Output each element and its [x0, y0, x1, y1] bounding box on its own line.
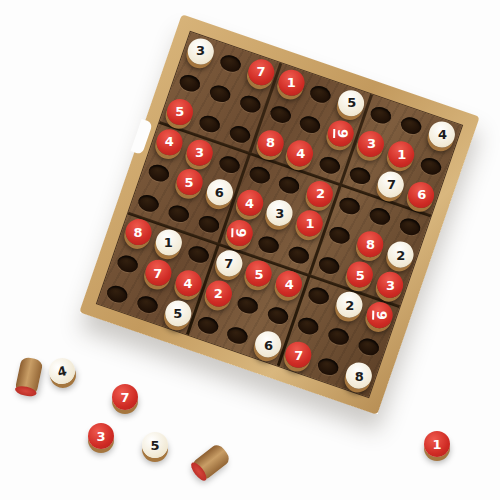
- hole: [337, 195, 362, 217]
- loose-peg-lying-5[interactable]: [190, 442, 232, 482]
- hole: [218, 52, 243, 74]
- hole: [318, 154, 343, 176]
- peg-r1c9-white-4[interactable]: 4: [425, 118, 458, 151]
- board-grid: 3715493158476432564318295381754297425678: [96, 31, 463, 398]
- hole: [316, 356, 341, 378]
- hole: [197, 113, 222, 135]
- sudoku-board: 3715493158476432564318295381754297425678: [79, 14, 479, 414]
- hole: [399, 115, 424, 137]
- hole: [227, 123, 252, 145]
- hole: [115, 253, 140, 275]
- hole: [217, 153, 242, 175]
- hole: [166, 203, 191, 225]
- hole: [327, 225, 352, 247]
- hole: [326, 326, 351, 348]
- loose-peg-red-3[interactable]: 3: [88, 423, 114, 449]
- peg-r9c9-white-8[interactable]: 8: [342, 359, 375, 392]
- hole: [317, 255, 342, 277]
- peg-red-end: [188, 460, 209, 483]
- hole: [266, 305, 291, 327]
- hole: [419, 155, 444, 177]
- hole: [348, 165, 373, 187]
- hole: [177, 72, 202, 94]
- hole: [287, 245, 312, 267]
- loose-peg-white-4[interactable]: 4: [46, 355, 78, 387]
- loose-peg-red-1[interactable]: 1: [424, 431, 450, 457]
- hole: [207, 82, 232, 104]
- hole: [186, 244, 211, 266]
- hole: [135, 294, 160, 316]
- hole: [277, 174, 302, 196]
- hole: [368, 205, 393, 227]
- loose-peg-lying-0[interactable]: [14, 356, 43, 396]
- hole: [298, 114, 323, 136]
- hole: [296, 315, 321, 337]
- hole: [195, 314, 220, 336]
- hole: [247, 164, 272, 186]
- hole: [369, 104, 394, 126]
- hole: [306, 285, 331, 307]
- hole: [398, 215, 423, 237]
- peg-r5c9-white-2[interactable]: 2: [384, 239, 417, 272]
- hole: [105, 283, 130, 305]
- hole: [356, 336, 381, 358]
- hole: [238, 93, 263, 115]
- hole: [256, 234, 281, 256]
- hole: [136, 193, 161, 215]
- peg-red-end: [14, 384, 37, 397]
- hole: [236, 295, 261, 317]
- hole: [268, 103, 293, 125]
- hole: [146, 163, 171, 185]
- sudoku-board-photo: 3715493158476432564318295381754297425678…: [0, 0, 500, 500]
- hole: [225, 325, 250, 347]
- loose-peg-white-5[interactable]: 5: [142, 432, 168, 458]
- hole: [308, 84, 333, 106]
- hole: [196, 213, 221, 235]
- loose-peg-red-7[interactable]: 7: [112, 384, 138, 410]
